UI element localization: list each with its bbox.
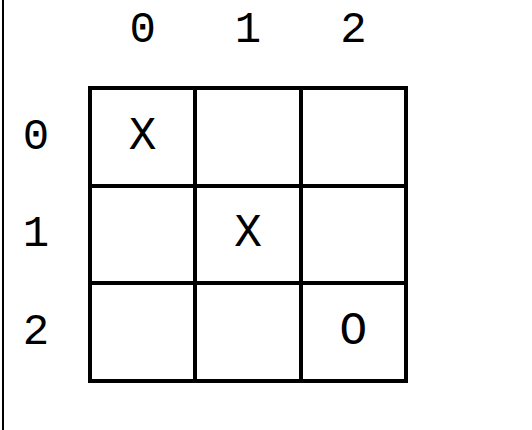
row-label-0: 0 — [8, 90, 64, 184]
board-grid: X X O — [88, 86, 408, 383]
cell-r2c1[interactable] — [197, 285, 298, 379]
cell-r1c2[interactable] — [303, 188, 404, 282]
col-label-1: 1 — [197, 0, 298, 60]
left-border-line — [2, 0, 4, 430]
column-labels: 0 1 2 — [88, 0, 408, 60]
cell-r2c2[interactable]: O — [303, 285, 404, 379]
col-label-0: 0 — [92, 0, 193, 60]
piece-x: X — [129, 114, 157, 160]
piece-x: X — [234, 211, 262, 257]
cell-r1c1[interactable]: X — [197, 188, 298, 282]
cell-r2c0[interactable] — [92, 285, 193, 379]
row-labels: 0 1 2 — [8, 86, 64, 383]
col-label-2: 2 — [303, 0, 404, 60]
cell-r1c0[interactable] — [92, 188, 193, 282]
piece-o: O — [340, 309, 368, 355]
tic-tac-toe-screen: 0 1 2 0 1 2 X X O — [0, 0, 532, 430]
cell-r0c0[interactable]: X — [92, 90, 193, 184]
cell-r0c1[interactable] — [197, 90, 298, 184]
row-label-1: 1 — [8, 188, 64, 282]
row-label-2: 2 — [8, 285, 64, 379]
cell-r0c2[interactable] — [303, 90, 404, 184]
